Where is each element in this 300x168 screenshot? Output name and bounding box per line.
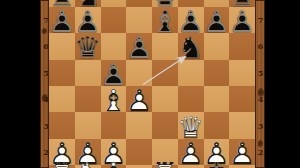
rank-label-7-left: 7 xyxy=(42,15,51,25)
rank-label-3-right: 3 xyxy=(256,121,265,131)
square-h8: ♜♖ xyxy=(229,0,255,7)
white-bishop-c4: ♝♗ xyxy=(101,88,127,114)
square-c4: ♝♗ xyxy=(101,86,127,112)
rank-label-2-right: 2 xyxy=(256,147,265,157)
square-c5: ♟♙ xyxy=(101,60,127,86)
square-h4 xyxy=(229,86,255,112)
square-g2: ♟♙ xyxy=(204,139,230,165)
square-b3 xyxy=(75,112,101,138)
square-e6 xyxy=(152,33,178,59)
square-h6 xyxy=(229,33,255,59)
square-a3 xyxy=(49,112,75,138)
square-d3 xyxy=(126,112,152,138)
square-c1: ♝♗ xyxy=(101,165,127,168)
square-e3 xyxy=(152,112,178,138)
white-pawn-f2: ♟♙ xyxy=(178,141,204,167)
square-e4 xyxy=(152,86,178,112)
square-b1: ♞♘ xyxy=(75,165,101,168)
square-d6: ♟♙ xyxy=(126,33,152,59)
square-d7 xyxy=(126,7,152,33)
square-b4 xyxy=(75,86,101,112)
white-pawn-b2: ♟♙ xyxy=(75,141,101,167)
square-f6: ♞♘ xyxy=(178,33,204,59)
frame-inner-seam-left xyxy=(48,0,49,168)
square-c7 xyxy=(101,7,127,33)
square-a8: ♜♖ xyxy=(49,0,75,7)
square-a7: ♟♙ xyxy=(49,7,75,33)
black-bishop-e7: ♝♗ xyxy=(152,9,178,35)
black-pawn-a7: ♟♙ xyxy=(49,9,75,35)
rank-label-6-right: 6 xyxy=(256,41,265,51)
square-f8 xyxy=(178,0,204,7)
square-f2: ♟♙ xyxy=(178,139,204,165)
square-d5 xyxy=(126,60,152,86)
black-pawn-c5: ♟♙ xyxy=(101,62,127,88)
black-queen-b6: ♛♕ xyxy=(75,35,101,61)
black-knight-f6: ♞♘ xyxy=(178,35,204,61)
square-d4: ♟♙ xyxy=(126,86,152,112)
letterbox-right xyxy=(265,0,300,168)
square-b8: ♞♘ xyxy=(75,0,101,7)
square-c6 xyxy=(101,33,127,59)
square-g5 xyxy=(204,60,230,86)
white-pawn-a2: ♟♙ xyxy=(49,141,75,167)
square-e5 xyxy=(152,60,178,86)
square-g4 xyxy=(204,86,230,112)
white-pawn-g2: ♟♙ xyxy=(204,141,230,167)
square-h5 xyxy=(229,60,255,86)
white-queen-f3: ♛♕ xyxy=(178,114,204,140)
rank-label-3-left: 3 xyxy=(42,121,51,131)
letterbox-left xyxy=(0,0,40,168)
square-a4 xyxy=(49,86,75,112)
square-h3 xyxy=(229,112,255,138)
square-a2: ♟♙ xyxy=(49,139,75,165)
rank-label-6-left: 6 xyxy=(42,41,51,51)
frame-inner-seam-right xyxy=(255,0,256,168)
white-pawn-c2: ♟♙ xyxy=(101,141,127,167)
square-b2: ♟♙ xyxy=(75,139,101,165)
square-b6: ♛♕ xyxy=(75,33,101,59)
square-f7: ♟♙ xyxy=(178,7,204,33)
square-c2: ♟♙ xyxy=(101,139,127,165)
square-f1 xyxy=(178,165,204,168)
black-pawn-f7: ♟♙ xyxy=(178,9,204,35)
square-h7: ♟♙ xyxy=(229,7,255,33)
square-h2: ♟♙ xyxy=(229,139,255,165)
square-e7: ♝♗ xyxy=(152,7,178,33)
square-a1: ♜♖ xyxy=(49,165,75,168)
square-g8 xyxy=(204,0,230,7)
square-d2 xyxy=(126,139,152,165)
white-pawn-d4: ♟♙ xyxy=(126,88,152,114)
square-h1 xyxy=(229,165,255,168)
black-pawn-g7: ♟♙ xyxy=(204,9,230,35)
square-e2 xyxy=(152,139,178,165)
square-b7: ♟♙ xyxy=(75,7,101,33)
wood-knot xyxy=(42,28,47,35)
white-pawn-h2: ♟♙ xyxy=(229,141,255,167)
square-g6 xyxy=(204,33,230,59)
rank-label-4-right: 4 xyxy=(256,94,265,104)
chess-board: ♜♖♞♘♚♔♜♖♟♙♟♙♝♗♟♙♟♙♟♙♛♕♟♙♞♘♟♙♝♗♟♙♛♕♟♙♟♙♟♙… xyxy=(49,0,255,168)
rank-label-4-left: 4 xyxy=(42,94,51,104)
rank-label-5-left: 5 xyxy=(42,68,51,78)
black-pawn-b7: ♟♙ xyxy=(75,9,101,35)
square-c3 xyxy=(101,112,127,138)
square-d8 xyxy=(126,0,152,7)
square-a5 xyxy=(49,60,75,86)
rank-label-5-right: 5 xyxy=(256,68,265,78)
rank-label-7-right: 7 xyxy=(256,15,265,25)
square-a6 xyxy=(49,33,75,59)
black-pawn-d6: ♟♙ xyxy=(126,35,152,61)
black-pawn-h7: ♟♙ xyxy=(229,9,255,35)
square-f4 xyxy=(178,86,204,112)
square-g7: ♟♙ xyxy=(204,7,230,33)
square-e1: ♜♖ xyxy=(152,165,178,168)
square-c8 xyxy=(101,0,127,7)
rank-label-2-left: 2 xyxy=(42,147,51,157)
square-g3 xyxy=(204,112,230,138)
square-d1 xyxy=(126,165,152,168)
square-e8: ♚♔ xyxy=(152,0,178,7)
video-frame: ♜♖♞♘♚♔♜♖♟♙♟♙♝♗♟♙♟♙♟♙♛♕♟♙♞♘♟♙♝♗♟♙♛♕♟♙♟♙♟♙… xyxy=(0,0,300,168)
square-f3: ♛♕ xyxy=(178,112,204,138)
square-b5 xyxy=(75,60,101,86)
square-g1: ♚♔ xyxy=(204,165,230,168)
square-f5 xyxy=(178,60,204,86)
